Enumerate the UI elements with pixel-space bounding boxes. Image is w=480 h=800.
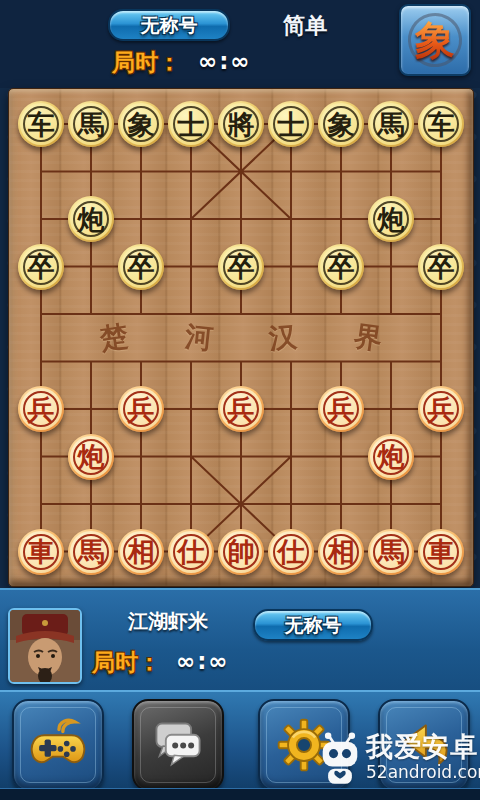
piece-車[interactable]: 車 [18,529,64,575]
watermark-site: 52android.com [366,762,480,782]
piece-兵[interactable]: 兵 [18,386,64,432]
player-name: 江湖虾米 [128,608,208,635]
piece-仕[interactable]: 仕 [268,529,314,575]
piece-馬[interactable]: 馬 [68,529,114,575]
piece-车[interactable]: 车 [18,101,64,147]
player-time-label: 局时： [92,647,161,678]
piece-兵[interactable]: 兵 [418,386,464,432]
opponent-title-badge[interactable]: 无称号 [108,9,230,41]
game-screen: 无称号 简单 象 局时： ∞:∞ 楚河汉界 车馬象士將士象馬车炮炮卒卒卒卒卒兵兵… [0,0,480,800]
player-time-value: ∞:∞ [176,648,230,674]
piece-將[interactable]: 將 [218,101,264,147]
pieces-layer: 车馬象士將士象馬车炮炮卒卒卒卒卒兵兵兵兵兵炮炮車馬相仕帥仕相馬車 [9,89,473,586]
piece-车[interactable]: 车 [418,101,464,147]
piece-卒[interactable]: 卒 [418,244,464,290]
gamepad-button[interactable] [12,699,104,791]
opponent-time-value: ∞:∞ [198,48,252,74]
piece-仕[interactable]: 仕 [168,529,214,575]
gamepad-icon [27,714,89,776]
chat-button[interactable] [132,699,224,791]
piece-馬[interactable]: 馬 [368,529,414,575]
piece-兵[interactable]: 兵 [318,386,364,432]
piece-帥[interactable]: 帥 [218,529,264,575]
piece-兵[interactable]: 兵 [218,386,264,432]
watermark-robot-icon [318,732,362,786]
piece-卒[interactable]: 卒 [318,244,364,290]
piece-士[interactable]: 士 [168,101,214,147]
watermark: 我爱安卓 52android.com [318,732,480,786]
piece-相[interactable]: 相 [118,529,164,575]
piece-卒[interactable]: 卒 [218,244,264,290]
difficulty-label: 简单 [283,11,327,41]
board[interactable]: 楚河汉界 车馬象士將士象馬车炮炮卒卒卒卒卒兵兵兵兵兵炮炮車馬相仕帥仕相馬車 [8,88,474,587]
piece-象[interactable]: 象 [118,101,164,147]
piece-炮[interactable]: 炮 [68,196,114,242]
piece-士[interactable]: 士 [268,101,314,147]
player-title-badge[interactable]: 无称号 [253,609,373,641]
player-avatar [8,608,82,684]
opponent-avatar-elephant-icon[interactable]: 象 [399,4,471,76]
piece-象[interactable]: 象 [318,101,364,147]
avatar-portrait [10,610,80,682]
opponent-time-label: 局时： [112,47,181,78]
top-bar: 无称号 简单 象 局时： ∞:∞ [0,0,480,88]
piece-相[interactable]: 相 [318,529,364,575]
piece-兵[interactable]: 兵 [118,386,164,432]
piece-車[interactable]: 車 [418,529,464,575]
elephant-character: 象 [415,13,455,68]
watermark-title: 我爱安卓 [366,732,480,762]
piece-卒[interactable]: 卒 [118,244,164,290]
player-panel: 江湖虾米 无称号 局时： ∞:∞ [0,588,480,690]
piece-炮[interactable]: 炮 [68,434,114,480]
piece-炮[interactable]: 炮 [368,196,414,242]
piece-馬[interactable]: 馬 [68,101,114,147]
piece-炮[interactable]: 炮 [368,434,414,480]
piece-馬[interactable]: 馬 [368,101,414,147]
chat-icon [148,715,208,775]
piece-卒[interactable]: 卒 [18,244,64,290]
